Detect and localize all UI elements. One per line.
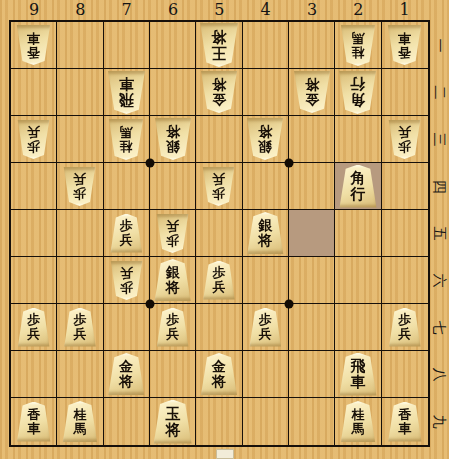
file-label-2: 2 <box>335 0 381 19</box>
square-6-8[interactable] <box>150 351 196 398</box>
square-6-4[interactable] <box>150 163 196 210</box>
piece-kanji: 飛 <box>350 358 365 374</box>
square-9-8[interactable] <box>11 351 57 398</box>
piece-kanji: 行 <box>350 76 365 92</box>
file-label-8: 8 <box>57 0 103 19</box>
square-8-8[interactable] <box>57 351 103 398</box>
rank-label-9: 九 <box>416 412 449 432</box>
square-9-9[interactable]: 香車 <box>11 398 57 445</box>
rank-label-8: 八 <box>416 365 449 385</box>
piece-kanji: 角 <box>350 92 365 108</box>
gote-lance-91[interactable]: 香車 <box>15 25 52 65</box>
square-6-9[interactable]: 玉将 <box>150 398 196 445</box>
square-6-5[interactable]: 歩兵 <box>150 210 196 257</box>
square-3-5[interactable] <box>289 210 335 257</box>
square-9-2[interactable] <box>11 69 57 116</box>
sente-silver-66[interactable]: 銀将 <box>153 259 193 301</box>
piece-kanji: 馬 <box>351 31 364 45</box>
star-point <box>284 299 293 308</box>
piece-kanji: 歩 <box>212 266 225 280</box>
piece-kanji: 玉 <box>165 406 180 422</box>
star-point <box>145 299 154 308</box>
square-4-9[interactable] <box>243 398 289 445</box>
square-5-7[interactable] <box>196 304 242 351</box>
square-6-7[interactable]: 歩兵 <box>150 304 196 351</box>
gote-knight-73[interactable]: 桂馬 <box>107 119 145 160</box>
square-3-3[interactable] <box>289 116 335 163</box>
piece-kanji: 将 <box>119 374 133 389</box>
square-9-5[interactable] <box>11 210 57 257</box>
piece-kanji: 将 <box>305 77 319 92</box>
piece-kanji: 兵 <box>120 233 133 247</box>
square-5-4[interactable]: 歩兵 <box>196 163 242 210</box>
square-2-7[interactable] <box>335 304 381 351</box>
piece-kanji: 飛 <box>119 92 134 108</box>
piece-kanji: 車 <box>27 31 40 45</box>
gote-pawn-65[interactable]: 歩兵 <box>155 214 190 253</box>
square-3-2[interactable]: 金将 <box>289 69 335 116</box>
piece-kanji: 歩 <box>73 313 86 327</box>
square-3-8[interactable] <box>289 351 335 398</box>
gote-gold-52[interactable]: 金将 <box>199 71 239 113</box>
star-point <box>284 158 293 167</box>
sente-pawn-56[interactable]: 歩兵 <box>201 261 236 300</box>
piece-kanji: 将 <box>212 374 226 389</box>
square-9-1[interactable]: 香車 <box>11 22 57 69</box>
square-4-6[interactable] <box>243 257 289 304</box>
gote-king-51[interactable]: 王将 <box>198 23 240 67</box>
rank-label-6: 六 <box>416 271 449 291</box>
square-2-9[interactable]: 桂馬 <box>335 398 381 445</box>
square-5-5[interactable] <box>196 210 242 257</box>
sente-bishop-24[interactable]: 角行 <box>337 165 378 208</box>
square-8-5[interactable] <box>57 210 103 257</box>
piece-kanji: 将 <box>212 77 226 92</box>
square-3-4[interactable] <box>289 163 335 210</box>
piece-kanji: 銀 <box>166 139 180 154</box>
piece-kanji: 兵 <box>166 327 179 341</box>
gote-bishop-22[interactable]: 角行 <box>337 71 378 114</box>
piece-kanji: 歩 <box>398 313 411 327</box>
square-4-8[interactable] <box>243 351 289 398</box>
shogi-app: 987654321 香車王将桂馬香車飛車金将金将角行歩兵桂馬銀将銀将歩兵歩兵歩兵… <box>0 0 449 459</box>
square-6-3[interactable]: 銀将 <box>150 116 196 163</box>
komadai-edge-fragment <box>216 449 234 459</box>
square-3-1[interactable] <box>289 22 335 69</box>
file-label-4: 4 <box>243 0 289 19</box>
square-2-4[interactable]: 角行 <box>335 163 381 210</box>
square-8-9[interactable]: 桂馬 <box>57 398 103 445</box>
piece-kanji: 兵 <box>212 280 225 294</box>
square-5-8[interactable]: 金将 <box>196 351 242 398</box>
square-5-9[interactable] <box>196 398 242 445</box>
square-8-4[interactable]: 歩兵 <box>57 163 103 210</box>
gote-knight-21[interactable]: 桂馬 <box>339 25 377 66</box>
piece-kanji: 金 <box>119 359 133 374</box>
piece-kanji: 歩 <box>120 219 133 233</box>
square-4-1[interactable] <box>243 22 289 69</box>
square-3-7[interactable] <box>289 304 335 351</box>
piece-kanji: 銀 <box>258 139 272 154</box>
square-6-1[interactable] <box>150 22 196 69</box>
piece-kanji: 角 <box>350 170 365 186</box>
rank-label-2: 二 <box>416 83 449 103</box>
piece-kanji: 歩 <box>212 186 225 200</box>
piece-kanji: 兵 <box>259 327 272 341</box>
gote-silver-63[interactable]: 銀将 <box>153 118 193 160</box>
piece-kanji: 車 <box>398 422 411 436</box>
piece-kanji: 歩 <box>27 139 40 153</box>
piece-kanji: 桂 <box>351 408 364 422</box>
piece-kanji: 歩 <box>398 139 411 153</box>
square-7-2[interactable]: 飛車 <box>104 69 150 116</box>
sente-knight-89[interactable]: 桂馬 <box>61 401 99 442</box>
piece-kanji: 兵 <box>73 172 86 186</box>
sente-silver-45[interactable]: 銀将 <box>245 212 285 254</box>
square-5-3[interactable] <box>196 116 242 163</box>
square-2-6[interactable] <box>335 257 381 304</box>
piece-kanji: 香 <box>27 45 40 59</box>
square-5-2[interactable]: 金将 <box>196 69 242 116</box>
square-2-5[interactable] <box>335 210 381 257</box>
piece-kanji: 歩 <box>120 280 133 294</box>
rank-label-3: 三 <box>416 130 449 150</box>
sente-lance-99[interactable]: 香車 <box>15 402 52 442</box>
file-label-6: 6 <box>150 0 196 19</box>
square-4-3[interactable]: 銀将 <box>243 116 289 163</box>
piece-kanji: 将 <box>166 124 180 139</box>
gote-lance-11[interactable]: 香車 <box>386 25 423 65</box>
square-2-1[interactable]: 桂馬 <box>335 22 381 69</box>
square-8-2[interactable] <box>57 69 103 116</box>
piece-kanji: 将 <box>258 233 272 248</box>
piece-kanji: 金 <box>212 92 226 107</box>
square-7-3[interactable]: 桂馬 <box>104 116 150 163</box>
piece-kanji: 銀 <box>166 265 180 280</box>
piece-kanji: 香 <box>398 45 411 59</box>
sente-gold-58[interactable]: 金将 <box>199 353 239 395</box>
square-3-6[interactable] <box>289 257 335 304</box>
square-7-8[interactable]: 金将 <box>104 351 150 398</box>
star-point <box>145 158 154 167</box>
piece-kanji: 桂 <box>73 408 86 422</box>
gote-pawn-54[interactable]: 歩兵 <box>201 167 236 206</box>
square-4-5[interactable]: 銀将 <box>243 210 289 257</box>
piece-kanji: 兵 <box>120 266 133 280</box>
square-2-2[interactable]: 角行 <box>335 69 381 116</box>
square-9-7[interactable]: 歩兵 <box>11 304 57 351</box>
piece-kanji: 歩 <box>27 313 40 327</box>
file-label-3: 3 <box>289 0 335 19</box>
piece-kanji: 将 <box>166 280 180 295</box>
piece-kanji: 将 <box>165 422 180 438</box>
rank-label-5: 五 <box>416 224 449 244</box>
piece-kanji: 兵 <box>398 125 411 139</box>
file-label-1: 1 <box>382 0 428 19</box>
square-7-1[interactable] <box>104 22 150 69</box>
file-label-5: 5 <box>196 0 242 19</box>
sente-pawn-87[interactable]: 歩兵 <box>62 308 97 347</box>
piece-kanji: 車 <box>119 76 134 92</box>
sente-pawn-17[interactable]: 歩兵 <box>387 308 422 347</box>
piece-kanji: 桂 <box>120 139 133 153</box>
piece-kanji: 車 <box>398 31 411 45</box>
square-2-8[interactable]: 飛車 <box>335 351 381 398</box>
square-4-7[interactable]: 歩兵 <box>243 304 289 351</box>
piece-kanji: 香 <box>398 408 411 422</box>
piece-kanji: 車 <box>27 422 40 436</box>
piece-kanji: 馬 <box>120 125 133 139</box>
file-label-9: 9 <box>11 0 57 19</box>
piece-kanji: 歩 <box>73 186 86 200</box>
piece-kanji: 歩 <box>259 313 272 327</box>
shogi-board: 香車王将桂馬香車飛車金将金将角行歩兵桂馬銀将銀将歩兵歩兵歩兵角行歩兵歩兵銀将歩兵… <box>9 20 430 447</box>
square-6-6[interactable]: 銀将 <box>150 257 196 304</box>
square-9-3[interactable]: 歩兵 <box>11 116 57 163</box>
sente-pawn-97[interactable]: 歩兵 <box>16 308 51 347</box>
square-4-4[interactable] <box>243 163 289 210</box>
piece-kanji: 将 <box>211 29 226 45</box>
square-8-7[interactable]: 歩兵 <box>57 304 103 351</box>
sente-rook-28[interactable]: 飛車 <box>337 353 378 396</box>
square-7-6[interactable]: 歩兵 <box>104 257 150 304</box>
file-label-7: 7 <box>104 0 150 19</box>
square-2-3[interactable] <box>335 116 381 163</box>
gote-silver-43[interactable]: 銀将 <box>245 118 285 160</box>
sente-pawn-75[interactable]: 歩兵 <box>109 214 144 253</box>
piece-kanji: 兵 <box>398 327 411 341</box>
gote-rook-72[interactable]: 飛車 <box>106 71 147 114</box>
rank-label-7: 七 <box>416 318 449 338</box>
square-5-6[interactable]: 歩兵 <box>196 257 242 304</box>
gote-pawn-76[interactable]: 歩兵 <box>109 261 144 300</box>
piece-kanji: 金 <box>305 92 319 107</box>
piece-kanji: 兵 <box>73 327 86 341</box>
piece-kanji: 馬 <box>73 422 86 436</box>
rank-label-1: 一 <box>416 36 449 56</box>
sente-pawn-67[interactable]: 歩兵 <box>155 308 190 347</box>
square-9-4[interactable] <box>11 163 57 210</box>
piece-kanji: 王 <box>211 45 226 61</box>
piece-kanji: 馬 <box>351 422 364 436</box>
piece-kanji: 兵 <box>27 125 40 139</box>
gote-gold-32[interactable]: 金将 <box>292 71 332 113</box>
piece-kanji: 車 <box>350 374 365 390</box>
rank-label-4: 四 <box>416 177 449 197</box>
gote-pawn-84[interactable]: 歩兵 <box>62 167 97 206</box>
square-7-5[interactable]: 歩兵 <box>104 210 150 257</box>
piece-kanji: 香 <box>27 408 40 422</box>
square-8-6[interactable] <box>57 257 103 304</box>
sente-lance-19[interactable]: 香車 <box>386 402 423 442</box>
sente-pawn-47[interactable]: 歩兵 <box>248 308 283 347</box>
piece-kanji: 兵 <box>166 219 179 233</box>
piece-kanji: 金 <box>212 359 226 374</box>
square-8-1[interactable] <box>57 22 103 69</box>
piece-kanji: 兵 <box>27 327 40 341</box>
square-4-2[interactable] <box>243 69 289 116</box>
piece-kanji: 将 <box>258 124 272 139</box>
piece-kanji: 桂 <box>351 45 364 59</box>
square-3-9[interactable] <box>289 398 335 445</box>
gote-pawn-93[interactable]: 歩兵 <box>16 120 51 159</box>
sente-king-69[interactable]: 玉将 <box>152 400 194 444</box>
square-6-2[interactable] <box>150 69 196 116</box>
square-7-9[interactable] <box>104 398 150 445</box>
sente-knight-29[interactable]: 桂馬 <box>339 401 377 442</box>
piece-kanji: 歩 <box>166 313 179 327</box>
square-7-7[interactable] <box>104 304 150 351</box>
square-5-1[interactable]: 王将 <box>196 22 242 69</box>
sente-gold-78[interactable]: 金将 <box>106 353 146 395</box>
square-7-4[interactable] <box>104 163 150 210</box>
piece-kanji: 歩 <box>166 233 179 247</box>
piece-kanji: 行 <box>350 186 365 202</box>
gote-pawn-13[interactable]: 歩兵 <box>387 120 422 159</box>
square-9-6[interactable] <box>11 257 57 304</box>
piece-kanji: 兵 <box>212 172 225 186</box>
piece-kanji: 銀 <box>258 218 272 233</box>
square-8-3[interactable] <box>57 116 103 163</box>
